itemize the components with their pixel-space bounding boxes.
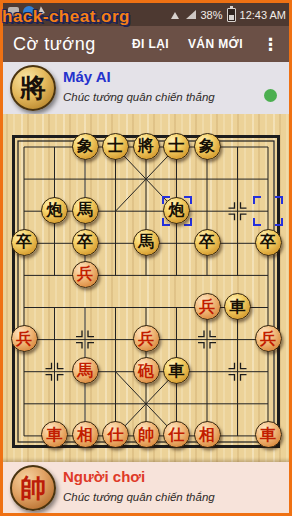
wifi-icon [169,10,181,20]
red-piece-馬[interactable]: 馬 [72,357,99,384]
black-piece-馬[interactable]: 馬 [72,197,99,224]
red-piece-兵[interactable]: 兵 [255,325,282,352]
xiangqi-board[interactable]: 象士將士象炮馬炮卒卒馬卒卒兵兵車兵兵兵馬砲車車相仕帥仕相車 [0,114,292,462]
red-piece-相[interactable]: 相 [72,421,99,448]
black-piece-炮[interactable]: 炮 [163,197,190,224]
black-piece-卒[interactable]: 卒 [72,229,99,256]
opponent-panel: 將 Máy AI Chúc tướng quân chiến thắng [0,62,292,114]
black-piece-卒[interactable]: 卒 [255,229,282,256]
last-move-from-marker [253,196,283,226]
battery-icon [227,8,236,22]
player-name: Người chơi [63,468,215,485]
opponent-subtitle: Chúc tướng quân chiến thắng [63,91,215,103]
cell-signal-icon [185,10,196,20]
red-piece-相[interactable]: 相 [194,421,221,448]
black-piece-車[interactable]: 車 [163,357,190,384]
pieces-layer: 象士將士象炮馬炮卒卒馬卒卒兵兵車兵兵兵馬砲車車相仕帥仕相車 [0,114,292,462]
watermark-text: hack-cheat.org [2,7,130,27]
black-piece-象[interactable]: 象 [194,133,221,160]
red-piece-車[interactable]: 車 [255,421,282,448]
black-piece-馬[interactable]: 馬 [133,229,160,256]
red-piece-兵[interactable]: 兵 [194,293,221,320]
clock: 12:43 AM [240,9,286,21]
online-status-dot [264,89,277,102]
black-piece-士[interactable]: 士 [163,133,190,160]
new-game-button[interactable]: VÁN MỚI [188,37,243,51]
undo-move-button[interactable]: ĐI LẠI [132,37,169,51]
black-piece-卒[interactable]: 卒 [194,229,221,256]
red-piece-兵[interactable]: 兵 [72,261,99,288]
black-piece-卒[interactable]: 卒 [11,229,38,256]
red-piece-砲[interactable]: 砲 [133,357,160,384]
status-indicators: 38% 12:43 AM [169,8,286,22]
black-piece-將[interactable]: 將 [133,133,160,160]
player-panel: 帥 Người chơi Chúc tướng quân chiến thắng [0,462,292,513]
overflow-menu-icon[interactable]: ⋮ [257,36,284,53]
red-piece-仕[interactable]: 仕 [163,421,190,448]
red-piece-兵[interactable]: 兵 [11,325,38,352]
black-piece-象[interactable]: 象 [72,133,99,160]
xiangqi-app-screen: 38% 12:43 AM hack-cheat.org Cờ tướng ĐI … [0,0,292,516]
red-piece-車[interactable]: 車 [41,421,68,448]
opponent-name: Máy AI [63,68,215,85]
player-subtitle: Chúc tướng quân chiến thắng [63,491,215,503]
black-general-avatar: 將 [10,65,56,111]
red-piece-仕[interactable]: 仕 [102,421,129,448]
battery-percent: 38% [200,9,222,21]
black-piece-車[interactable]: 車 [224,293,251,320]
red-piece-兵[interactable]: 兵 [133,325,160,352]
red-general-avatar: 帥 [10,465,56,511]
red-piece-帥[interactable]: 帥 [133,421,160,448]
black-piece-炮[interactable]: 炮 [41,197,68,224]
black-piece-士[interactable]: 士 [102,133,129,160]
app-title: Cờ tướng [13,34,113,55]
app-bar: Cờ tướng ĐI LẠI VÁN MỚI ⋮ [0,26,292,62]
